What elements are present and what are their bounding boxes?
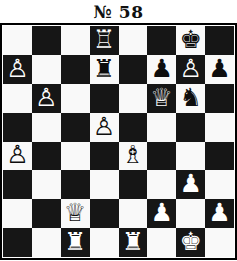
piece-bN: ♞: [179, 85, 201, 110]
square-d8: ♖: [90, 26, 119, 55]
square-h5: [205, 113, 234, 142]
square-f5: [147, 113, 176, 142]
square-a7: ♙: [3, 55, 32, 84]
piece-wR: ♜: [122, 229, 144, 254]
square-b8: [32, 26, 61, 55]
square-d7: ♜: [90, 55, 119, 84]
square-a1: [3, 228, 32, 257]
piece-wP: ♟: [179, 171, 201, 196]
square-e6: [119, 84, 148, 113]
square-a4: ♙: [3, 142, 32, 171]
square-e8: [119, 26, 148, 55]
piece-wK: ♚: [179, 229, 201, 254]
square-h1: [205, 228, 234, 257]
square-h2: ♟: [205, 199, 234, 228]
square-d3: [90, 170, 119, 199]
square-f8: [147, 26, 176, 55]
square-b5: [32, 113, 61, 142]
piece-bP: ♙: [179, 56, 201, 81]
square-d2: [90, 199, 119, 228]
square-a8: [3, 26, 32, 55]
square-c8: [61, 26, 90, 55]
chess-diagram: № 58 ♖♚♙♜♟♙♟♙♕♞♙♙♗♟♕♟♟♜♜♚: [0, 0, 237, 261]
square-g5: [176, 113, 205, 142]
square-g6: ♞: [176, 84, 205, 113]
square-g2: [176, 199, 205, 228]
piece-bK: ♚: [179, 27, 201, 52]
piece-wP: ♟: [151, 200, 173, 225]
square-h6: [205, 84, 234, 113]
square-d6: [90, 84, 119, 113]
square-b4: [32, 142, 61, 171]
square-c7: [61, 55, 90, 84]
square-f4: [147, 142, 176, 171]
piece-bQ: ♕: [151, 85, 173, 110]
square-b3: [32, 170, 61, 199]
square-f1: [147, 228, 176, 257]
square-a6: [3, 84, 32, 113]
square-f6: ♕: [147, 84, 176, 113]
square-g7: ♙: [176, 55, 205, 84]
square-a3: [3, 170, 32, 199]
square-d1: [90, 228, 119, 257]
piece-bP: ♟: [208, 56, 230, 81]
square-f2: ♟: [147, 199, 176, 228]
square-h8: [205, 26, 234, 55]
square-a5: [3, 113, 32, 142]
square-c2: ♕: [61, 199, 90, 228]
square-c1: ♜: [61, 228, 90, 257]
square-e5: [119, 113, 148, 142]
square-e1: ♜: [119, 228, 148, 257]
square-c3: [61, 170, 90, 199]
square-d4: [90, 142, 119, 171]
square-h4: [205, 142, 234, 171]
square-g8: ♚: [176, 26, 205, 55]
piece-wQ: ♕: [64, 200, 86, 225]
square-e7: [119, 55, 148, 84]
square-c6: [61, 84, 90, 113]
piece-bR: ♖: [93, 27, 115, 52]
square-d5: ♙: [90, 113, 119, 142]
square-e3: [119, 170, 148, 199]
square-h3: [205, 170, 234, 199]
diagram-title: № 58: [0, 0, 237, 23]
piece-bP: ♙: [35, 85, 57, 110]
square-h7: ♟: [205, 55, 234, 84]
square-g1: ♚: [176, 228, 205, 257]
square-b7: [32, 55, 61, 84]
square-c4: [61, 142, 90, 171]
square-a2: [3, 199, 32, 228]
square-b1: [32, 228, 61, 257]
square-e4: ♗: [119, 142, 148, 171]
square-g3: ♟: [176, 170, 205, 199]
square-b6: ♙: [32, 84, 61, 113]
piece-wP: ♙: [6, 142, 28, 167]
piece-bR: ♜: [93, 56, 115, 81]
square-b2: [32, 199, 61, 228]
piece-wP: ♟: [208, 200, 230, 225]
chess-board: ♖♚♙♜♟♙♟♙♕♞♙♙♗♟♕♟♟♜♜♚: [0, 23, 237, 260]
square-c5: [61, 113, 90, 142]
square-f7: ♟: [147, 55, 176, 84]
piece-wB: ♗: [122, 142, 144, 167]
square-e2: [119, 199, 148, 228]
piece-wP: ♙: [93, 114, 115, 139]
piece-wR: ♜: [64, 229, 86, 254]
piece-bP: ♟: [151, 56, 173, 81]
piece-bP: ♙: [6, 56, 28, 81]
square-g4: [176, 142, 205, 171]
square-f3: [147, 170, 176, 199]
